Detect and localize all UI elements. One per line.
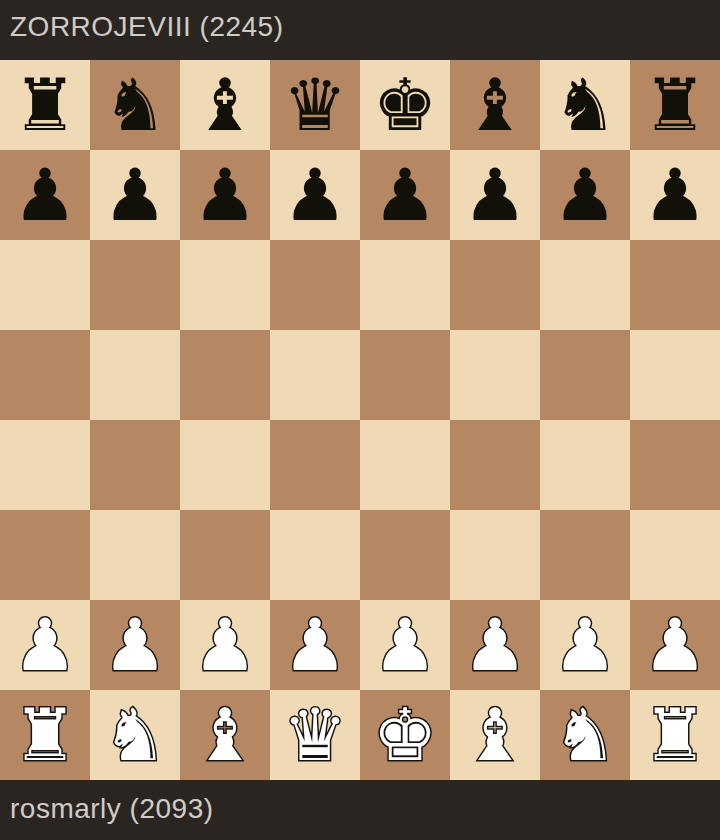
piece-wB-f1[interactable]: ♝ (463, 690, 528, 780)
square-c1[interactable]: ♝ (180, 690, 270, 780)
chess-app: ZORROJEVIII (2245) ♜♞♝♛♚♝♞♜♟♟♟♟♟♟♟♟♟♟♟♟♟… (0, 0, 720, 840)
square-d3[interactable] (270, 510, 360, 600)
square-e8[interactable]: ♚ (360, 60, 450, 150)
piece-wK-e1[interactable]: ♚ (373, 690, 438, 780)
piece-bP-a7[interactable]: ♟ (13, 150, 78, 240)
square-c7[interactable]: ♟ (180, 150, 270, 240)
square-c6[interactable] (180, 240, 270, 330)
square-a5[interactable] (0, 330, 90, 420)
square-g2[interactable]: ♟ (540, 600, 630, 690)
piece-bP-d7[interactable]: ♟ (283, 150, 348, 240)
piece-bR-a8[interactable]: ♜ (13, 60, 78, 150)
square-h7[interactable]: ♟ (630, 150, 720, 240)
piece-wP-f2[interactable]: ♟ (463, 600, 528, 690)
piece-bQ-d8[interactable]: ♛ (283, 60, 348, 150)
square-f2[interactable]: ♟ (450, 600, 540, 690)
square-e4[interactable] (360, 420, 450, 510)
piece-bP-f7[interactable]: ♟ (463, 150, 528, 240)
piece-wN-b1[interactable]: ♞ (103, 690, 168, 780)
square-c2[interactable]: ♟ (180, 600, 270, 690)
piece-bP-b7[interactable]: ♟ (103, 150, 168, 240)
piece-wP-a2[interactable]: ♟ (13, 600, 78, 690)
square-a6[interactable] (0, 240, 90, 330)
player-label-top: ZORROJEVIII (2245) (10, 11, 284, 43)
piece-wP-d2[interactable]: ♟ (283, 600, 348, 690)
piece-wP-b2[interactable]: ♟ (103, 600, 168, 690)
piece-bK-e8[interactable]: ♚ (373, 60, 438, 150)
piece-wQ-d1[interactable]: ♛ (283, 690, 348, 780)
square-e1[interactable]: ♚ (360, 690, 450, 780)
square-g5[interactable] (540, 330, 630, 420)
square-h3[interactable] (630, 510, 720, 600)
square-g8[interactable]: ♞ (540, 60, 630, 150)
piece-bB-f8[interactable]: ♝ (463, 60, 528, 150)
square-d4[interactable] (270, 420, 360, 510)
square-b8[interactable]: ♞ (90, 60, 180, 150)
piece-bP-g7[interactable]: ♟ (553, 150, 618, 240)
chess-board: ♜♞♝♛♚♝♞♜♟♟♟♟♟♟♟♟♟♟♟♟♟♟♟♟♜♞♝♛♚♝♞♜ (0, 60, 720, 780)
piece-wR-h1[interactable]: ♜ (643, 690, 708, 780)
square-g7[interactable]: ♟ (540, 150, 630, 240)
square-c4[interactable] (180, 420, 270, 510)
square-b3[interactable] (90, 510, 180, 600)
square-g3[interactable] (540, 510, 630, 600)
square-a3[interactable] (0, 510, 90, 600)
square-e7[interactable]: ♟ (360, 150, 450, 240)
square-h6[interactable] (630, 240, 720, 330)
square-b6[interactable] (90, 240, 180, 330)
square-f5[interactable] (450, 330, 540, 420)
square-e3[interactable] (360, 510, 450, 600)
piece-wP-g2[interactable]: ♟ (553, 600, 618, 690)
piece-bB-c8[interactable]: ♝ (193, 60, 258, 150)
square-e2[interactable]: ♟ (360, 600, 450, 690)
square-d7[interactable]: ♟ (270, 150, 360, 240)
square-b1[interactable]: ♞ (90, 690, 180, 780)
square-f1[interactable]: ♝ (450, 690, 540, 780)
square-c8[interactable]: ♝ (180, 60, 270, 150)
square-f8[interactable]: ♝ (450, 60, 540, 150)
square-e6[interactable] (360, 240, 450, 330)
player-bar-top: ZORROJEVIII (2245) (0, 0, 720, 60)
piece-wP-e2[interactable]: ♟ (373, 600, 438, 690)
square-c3[interactable] (180, 510, 270, 600)
square-h1[interactable]: ♜ (630, 690, 720, 780)
square-a8[interactable]: ♜ (0, 60, 90, 150)
square-f7[interactable]: ♟ (450, 150, 540, 240)
player-bar-bottom: rosmarly (2093) (0, 780, 720, 840)
square-e5[interactable] (360, 330, 450, 420)
square-b4[interactable] (90, 420, 180, 510)
square-a1[interactable]: ♜ (0, 690, 90, 780)
square-h4[interactable] (630, 420, 720, 510)
square-h8[interactable]: ♜ (630, 60, 720, 150)
square-d2[interactable]: ♟ (270, 600, 360, 690)
square-f6[interactable] (450, 240, 540, 330)
square-b2[interactable]: ♟ (90, 600, 180, 690)
square-f4[interactable] (450, 420, 540, 510)
square-a7[interactable]: ♟ (0, 150, 90, 240)
square-g1[interactable]: ♞ (540, 690, 630, 780)
piece-wR-a1[interactable]: ♜ (13, 690, 78, 780)
piece-wP-c2[interactable]: ♟ (193, 600, 258, 690)
piece-bN-g8[interactable]: ♞ (553, 60, 618, 150)
piece-bP-c7[interactable]: ♟ (193, 150, 258, 240)
square-h5[interactable] (630, 330, 720, 420)
square-d1[interactable]: ♛ (270, 690, 360, 780)
square-g4[interactable] (540, 420, 630, 510)
piece-bP-h7[interactable]: ♟ (643, 150, 708, 240)
square-g6[interactable] (540, 240, 630, 330)
square-a2[interactable]: ♟ (0, 600, 90, 690)
piece-bN-b8[interactable]: ♞ (103, 60, 168, 150)
piece-wN-g1[interactable]: ♞ (553, 690, 618, 780)
player-label-bottom: rosmarly (2093) (10, 793, 214, 825)
piece-wP-h2[interactable]: ♟ (643, 600, 708, 690)
piece-bR-h8[interactable]: ♜ (643, 60, 708, 150)
square-b5[interactable] (90, 330, 180, 420)
piece-bP-e7[interactable]: ♟ (373, 150, 438, 240)
square-b7[interactable]: ♟ (90, 150, 180, 240)
square-d6[interactable] (270, 240, 360, 330)
square-a4[interactable] (0, 420, 90, 510)
square-d8[interactable]: ♛ (270, 60, 360, 150)
square-f3[interactable] (450, 510, 540, 600)
square-h2[interactable]: ♟ (630, 600, 720, 690)
square-c5[interactable] (180, 330, 270, 420)
square-d5[interactable] (270, 330, 360, 420)
piece-wB-c1[interactable]: ♝ (193, 690, 258, 780)
